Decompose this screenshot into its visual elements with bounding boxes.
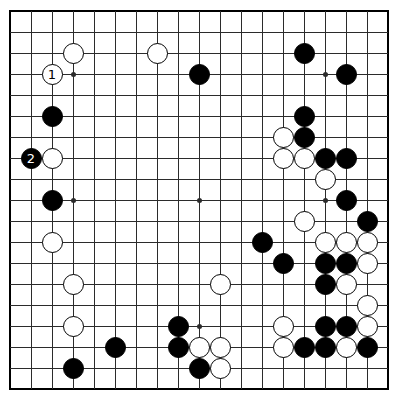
white-stone[interactable] <box>336 232 357 253</box>
white-stone[interactable] <box>147 43 168 64</box>
move-1-white-stone[interactable]: 1 <box>42 64 63 85</box>
black-stone[interactable] <box>273 253 294 274</box>
black-stone[interactable] <box>294 127 315 148</box>
black-stone[interactable] <box>315 316 336 337</box>
black-stone[interactable] <box>168 316 189 337</box>
black-stone[interactable] <box>336 148 357 169</box>
white-stone[interactable] <box>210 274 231 295</box>
white-stone[interactable] <box>336 274 357 295</box>
black-stone[interactable] <box>315 253 336 274</box>
white-stone[interactable] <box>357 253 378 274</box>
black-stone[interactable] <box>189 358 210 379</box>
black-stone[interactable] <box>105 337 126 358</box>
white-stone[interactable] <box>336 337 357 358</box>
black-stone[interactable] <box>252 232 273 253</box>
black-stone[interactable] <box>63 358 84 379</box>
white-stone[interactable] <box>315 169 336 190</box>
black-stone[interactable] <box>294 337 315 358</box>
white-stone[interactable] <box>357 295 378 316</box>
white-stone[interactable] <box>63 43 84 64</box>
black-stone[interactable] <box>294 43 315 64</box>
move-number-label: 2 <box>27 151 35 164</box>
black-stone[interactable] <box>294 106 315 127</box>
black-stone[interactable] <box>168 337 189 358</box>
black-stone[interactable] <box>336 64 357 85</box>
white-stone[interactable] <box>273 337 294 358</box>
white-stone[interactable] <box>357 316 378 337</box>
move-number-label: 1 <box>48 67 56 80</box>
white-stone[interactable] <box>42 148 63 169</box>
black-stone[interactable] <box>357 337 378 358</box>
stones-layer: 12 <box>0 1 399 400</box>
black-stone[interactable] <box>336 316 357 337</box>
white-stone[interactable] <box>294 148 315 169</box>
black-stone[interactable] <box>189 64 210 85</box>
move-2-black-stone[interactable]: 2 <box>21 148 42 169</box>
black-stone[interactable] <box>315 337 336 358</box>
white-stone[interactable] <box>210 337 231 358</box>
white-stone[interactable] <box>63 274 84 295</box>
white-stone[interactable] <box>357 232 378 253</box>
black-stone[interactable] <box>315 274 336 295</box>
go-diagram: 12 <box>0 0 400 400</box>
white-stone[interactable] <box>273 316 294 337</box>
black-stone[interactable] <box>42 106 63 127</box>
white-stone[interactable] <box>273 148 294 169</box>
black-stone[interactable] <box>336 190 357 211</box>
white-stone[interactable] <box>63 316 84 337</box>
black-stone[interactable] <box>42 190 63 211</box>
white-stone[interactable] <box>294 211 315 232</box>
white-stone[interactable] <box>315 232 336 253</box>
go-board[interactable]: 12 <box>0 0 400 400</box>
black-stone[interactable] <box>336 253 357 274</box>
black-stone[interactable] <box>315 148 336 169</box>
white-stone[interactable] <box>210 358 231 379</box>
white-stone[interactable] <box>42 232 63 253</box>
white-stone[interactable] <box>189 337 210 358</box>
white-stone[interactable] <box>273 127 294 148</box>
black-stone[interactable] <box>357 211 378 232</box>
